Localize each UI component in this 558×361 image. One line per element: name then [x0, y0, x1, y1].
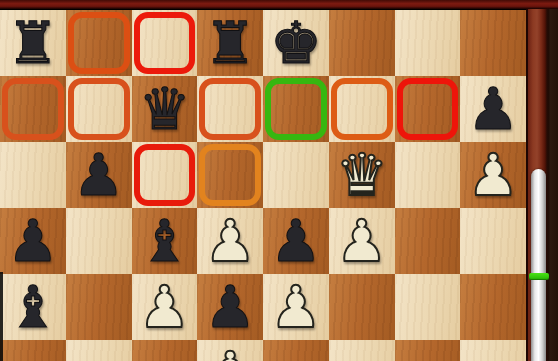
square-d8[interactable]: ♜ — [197, 10, 263, 76]
highlight-orange-red-b8 — [68, 12, 130, 74]
piece-black-queen-c7[interactable]: ♛ — [132, 76, 198, 142]
piece-white-queen-f6[interactable]: ♛ — [329, 142, 395, 208]
square-c3[interactable] — [132, 340, 198, 361]
highlight-red-c8 — [134, 12, 196, 74]
piece-black-pawn-b6[interactable]: ♟ — [66, 142, 132, 208]
square-h7[interactable]: ♟ — [460, 76, 526, 142]
piece-white-pawn-c4[interactable]: ♟ — [132, 274, 198, 340]
board-left-edge-shadow — [0, 272, 3, 361]
piece-black-pawn-h7[interactable]: ♟ — [460, 76, 526, 142]
square-a3[interactable] — [0, 340, 66, 361]
piece-black-pawn-a5[interactable]: ♟ — [0, 208, 66, 274]
square-h3[interactable] — [460, 340, 526, 361]
piece-white-pawn-d5[interactable]: ♟ — [197, 208, 263, 274]
square-e4[interactable]: ♟ — [263, 274, 329, 340]
square-g4[interactable] — [395, 274, 461, 340]
scrollbar-thumb[interactable] — [531, 169, 546, 361]
square-h4[interactable] — [460, 274, 526, 340]
highlight-red-g7 — [397, 78, 459, 140]
piece-white-pawn-h6[interactable]: ♟ — [460, 142, 526, 208]
square-a6[interactable] — [0, 142, 66, 208]
board-top-frame — [0, 0, 558, 9]
square-c6[interactable] — [132, 142, 198, 208]
square-a8[interactable]: ♜ — [0, 10, 66, 76]
square-b3[interactable] — [66, 340, 132, 361]
square-g3[interactable] — [395, 340, 461, 361]
square-b6[interactable]: ♟ — [66, 142, 132, 208]
piece-black-rook-d8[interactable]: ♜ — [197, 10, 263, 76]
square-g6[interactable] — [395, 142, 461, 208]
square-h8[interactable] — [460, 10, 526, 76]
square-f4[interactable] — [329, 274, 395, 340]
highlight-orange-red-b7 — [68, 78, 130, 140]
piece-black-pawn-d4[interactable]: ♟ — [197, 274, 263, 340]
square-b8[interactable] — [66, 10, 132, 76]
square-b4[interactable] — [66, 274, 132, 340]
scrollbar-green-marker — [529, 273, 549, 280]
square-d4[interactable]: ♟ — [197, 274, 263, 340]
square-c7[interactable]: ♛ — [132, 76, 198, 142]
square-a4[interactable]: ♝ — [0, 274, 66, 340]
square-f7[interactable] — [329, 76, 395, 142]
square-a7[interactable] — [0, 76, 66, 142]
square-f8[interactable] — [329, 10, 395, 76]
piece-white-pawn-f5[interactable]: ♟ — [329, 208, 395, 274]
square-d6[interactable] — [197, 142, 263, 208]
square-g8[interactable] — [395, 10, 461, 76]
square-e3[interactable] — [263, 340, 329, 361]
square-c8[interactable] — [132, 10, 198, 76]
chess-board: ♜♜♚♛♟♟♛♟♟♝♟♟♟♝♟♟♟♝ — [0, 9, 526, 361]
square-e5[interactable]: ♟ — [263, 208, 329, 274]
highlight-orange-d6 — [199, 144, 261, 206]
square-b5[interactable] — [66, 208, 132, 274]
square-d3[interactable]: ♝ — [197, 340, 263, 361]
highlight-orange-red-d7 — [199, 78, 261, 140]
square-a5[interactable]: ♟ — [0, 208, 66, 274]
square-f6[interactable]: ♛ — [329, 142, 395, 208]
square-c4[interactable]: ♟ — [132, 274, 198, 340]
square-g7[interactable] — [395, 76, 461, 142]
square-e6[interactable] — [263, 142, 329, 208]
square-h5[interactable] — [460, 208, 526, 274]
highlight-green-e7 — [265, 78, 327, 140]
piece-black-king-e8[interactable]: ♚ — [263, 10, 329, 76]
square-f5[interactable]: ♟ — [329, 208, 395, 274]
square-h6[interactable]: ♟ — [460, 142, 526, 208]
highlight-red-c6 — [134, 144, 196, 206]
piece-white-bishop-d3[interactable]: ♝ — [197, 340, 263, 361]
square-f3[interactable] — [329, 340, 395, 361]
highlight-orange-red-a7 — [2, 78, 64, 140]
square-d5[interactable]: ♟ — [197, 208, 263, 274]
square-g5[interactable] — [395, 208, 461, 274]
square-e7[interactable] — [263, 76, 329, 142]
piece-black-pawn-e5[interactable]: ♟ — [263, 208, 329, 274]
piece-black-bishop-a4[interactable]: ♝ — [0, 274, 66, 340]
piece-black-rook-a8[interactable]: ♜ — [0, 10, 66, 76]
piece-black-bishop-c5[interactable]: ♝ — [132, 208, 198, 274]
square-e8[interactable]: ♚ — [263, 10, 329, 76]
piece-white-pawn-e4[interactable]: ♟ — [263, 274, 329, 340]
square-c5[interactable]: ♝ — [132, 208, 198, 274]
highlight-orange-red-f7 — [331, 78, 393, 140]
square-b7[interactable] — [66, 76, 132, 142]
square-d7[interactable] — [197, 76, 263, 142]
app-screen: ♜♜♚♛♟♟♛♟♟♝♟♟♟♝♟♟♟♝ — [0, 0, 558, 361]
